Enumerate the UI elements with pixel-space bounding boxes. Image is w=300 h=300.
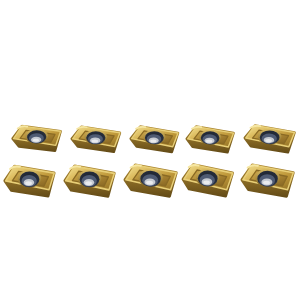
milling-insert-10: [239, 162, 295, 205]
milling-insert-graphic: [70, 125, 123, 160]
milling-insert-graphic: [184, 124, 235, 159]
milling-insert-1: [11, 123, 64, 159]
milling-insert-graphic: [122, 162, 178, 205]
milling-insert-9: [180, 162, 235, 205]
milling-insert-2: [70, 125, 123, 160]
milling-insert-4: [184, 124, 235, 159]
milling-insert-graphic: [11, 123, 64, 159]
milling-insert-graphic: [63, 164, 117, 206]
milling-insert-7: [63, 164, 117, 206]
milling-insert-6: [3, 163, 57, 205]
milling-insert-graphic: [242, 123, 297, 160]
milling-insert-3: [128, 125, 180, 160]
milling-insert-graphic: [180, 162, 235, 205]
milling-insert-5: [242, 123, 297, 160]
milling-insert-graphic: [128, 125, 180, 160]
milling-insert-8: [122, 162, 178, 205]
milling-insert-graphic: [239, 162, 295, 205]
insert-hole-reflection: [85, 181, 92, 185]
insert-hole-reflection: [92, 139, 98, 142]
product-photo-stage: [0, 0, 300, 300]
milling-insert-graphic: [3, 163, 57, 205]
